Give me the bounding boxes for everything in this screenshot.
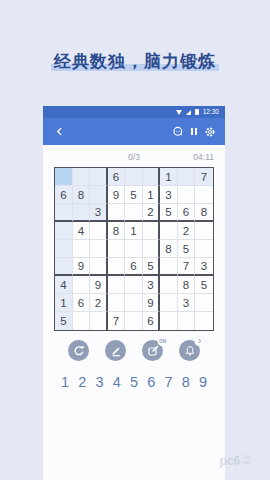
cell-r3c4[interactable] [108, 204, 126, 222]
cell-r5c3[interactable] [90, 240, 108, 258]
cell-r1c3[interactable] [90, 168, 108, 186]
cell-r3c1[interactable] [55, 204, 73, 222]
numpad-1[interactable]: 1 [61, 374, 69, 390]
cell-r3c7[interactable]: 5 [160, 204, 178, 222]
cell-r7c7[interactable] [160, 276, 178, 294]
status-time: 12:30 [203, 109, 219, 116]
cell-r9c3[interactable] [90, 312, 108, 330]
cell-r1c8[interactable] [178, 168, 196, 186]
cell-r5c7[interactable]: 8 [160, 240, 178, 258]
undo-button[interactable] [68, 340, 89, 361]
hint-badge: 3 [195, 337, 204, 346]
cell-r4c7[interactable] [160, 222, 178, 240]
cell-r3c6[interactable]: 2 [143, 204, 161, 222]
cell-r9c9[interactable] [195, 312, 213, 330]
undo-icon [73, 345, 85, 357]
numpad-7[interactable]: 7 [164, 374, 172, 390]
notes-badge: ON [158, 337, 167, 346]
cell-r8c7[interactable] [160, 294, 178, 312]
cell-r9c2[interactable] [73, 312, 91, 330]
watermark-domain: .com [241, 460, 251, 465]
cell-r2c4[interactable]: 9 [108, 186, 126, 204]
cell-r8c1[interactable]: 1 [55, 294, 73, 312]
cell-r5c8[interactable]: 5 [178, 240, 196, 258]
back-button[interactable] [55, 127, 64, 136]
bell-icon [184, 345, 196, 357]
cell-r2c3[interactable] [90, 186, 108, 204]
timer: 04:11 [193, 152, 214, 162]
cell-r4c2[interactable]: 4 [73, 222, 91, 240]
cell-r5c2[interactable] [73, 240, 91, 258]
cell-r7c4[interactable] [108, 276, 126, 294]
cell-r4c5[interactable]: 1 [125, 222, 143, 240]
cell-r8c9[interactable] [195, 294, 213, 312]
cell-r3c5[interactable] [125, 204, 143, 222]
cell-r8c4[interactable] [108, 294, 126, 312]
cell-r7c2[interactable] [73, 276, 91, 294]
cell-r4c8[interactable]: 2 [178, 222, 196, 240]
number-pad: 123456789 [61, 374, 207, 390]
cell-r2c1[interactable]: 6 [55, 186, 73, 204]
cell-r5c9[interactable] [195, 240, 213, 258]
numpad-6[interactable]: 6 [147, 374, 155, 390]
cell-r1c6[interactable] [143, 168, 161, 186]
watermark: pc6 下载 .com [220, 455, 251, 467]
app-screenshot: 12:30 0/3 04:11 617689513325684812859657… [43, 106, 225, 480]
cell-r2c5[interactable]: 5 [125, 186, 143, 204]
numpad-2[interactable]: 2 [78, 374, 86, 390]
cell-r1c2[interactable] [73, 168, 91, 186]
cell-r9c4[interactable]: 7 [108, 312, 126, 330]
status-bar: 12:30 [43, 106, 225, 118]
cell-r2c7[interactable]: 3 [160, 186, 178, 204]
chat-icon[interactable] [172, 126, 184, 138]
settings-icon[interactable] [204, 126, 216, 138]
cell-r4c4[interactable]: 8 [108, 222, 126, 240]
cell-r9c8[interactable] [178, 312, 196, 330]
notes-button[interactable]: ON [142, 340, 163, 361]
cell-r9c5[interactable] [125, 312, 143, 330]
wifi-icon [176, 110, 182, 115]
notes-icon [147, 345, 159, 357]
cell-r6c2[interactable]: 9 [73, 258, 91, 276]
pencil-icon [110, 345, 122, 357]
cell-r6c1[interactable] [55, 258, 73, 276]
sudoku-grid: 61768951332568481285965734938516293576 [54, 167, 214, 331]
cell-r2c6[interactable]: 1 [143, 186, 161, 204]
cell-r5c6[interactable] [143, 240, 161, 258]
cell-r3c8[interactable]: 6 [178, 204, 196, 222]
toolbar: ON 3 [68, 340, 200, 361]
signal-icon [186, 110, 191, 115]
numpad-3[interactable]: 3 [95, 374, 103, 390]
page-title-text: 经典数独，脑力锻炼 [51, 52, 219, 71]
cell-r1c5[interactable] [125, 168, 143, 186]
cell-r5c1[interactable] [55, 240, 73, 258]
cell-r6c3[interactable] [90, 258, 108, 276]
header-actions [172, 126, 216, 138]
cell-r5c5[interactable] [125, 240, 143, 258]
cell-r7c1[interactable]: 4 [55, 276, 73, 294]
cell-r4c1[interactable] [55, 222, 73, 240]
cell-r7c9[interactable]: 5 [195, 276, 213, 294]
numpad-4[interactable]: 4 [113, 374, 121, 390]
cell-r6c7[interactable] [160, 258, 178, 276]
cell-r8c2[interactable]: 6 [73, 294, 91, 312]
cell-r4c6[interactable] [143, 222, 161, 240]
cell-r6c5[interactable]: 6 [125, 258, 143, 276]
pause-button[interactable] [191, 128, 197, 136]
cell-r8c6[interactable]: 9 [143, 294, 161, 312]
cell-r6c4[interactable] [108, 258, 126, 276]
cell-r7c6[interactable]: 3 [143, 276, 161, 294]
mistakes-counter: 0/3 [128, 152, 140, 162]
cell-r7c5[interactable] [125, 276, 143, 294]
cell-r3c9[interactable]: 8 [195, 204, 213, 222]
cell-r6c8[interactable]: 7 [178, 258, 196, 276]
cell-r8c8[interactable]: 3 [178, 294, 196, 312]
cell-r2c9[interactable] [195, 186, 213, 204]
cell-r1c7[interactable]: 1 [160, 168, 178, 186]
cell-r3c3[interactable]: 3 [90, 204, 108, 222]
hint-button[interactable]: 3 [179, 340, 200, 361]
numpad-8[interactable]: 8 [182, 374, 190, 390]
watermark-extra: 下载 .com [241, 455, 251, 466]
cell-r1c9[interactable]: 7 [195, 168, 213, 186]
erase-button[interactable] [105, 340, 126, 361]
back-chevron-icon [55, 127, 64, 136]
cell-r1c4[interactable]: 6 [108, 168, 126, 186]
cell-r2c8[interactable] [178, 186, 196, 204]
cell-r8c5[interactable] [125, 294, 143, 312]
cell-r6c9[interactable]: 3 [195, 258, 213, 276]
cell-r9c1[interactable]: 5 [55, 312, 73, 330]
cell-r4c9[interactable] [195, 222, 213, 240]
cell-r3c2[interactable] [73, 204, 91, 222]
cell-r5c4[interactable] [108, 240, 126, 258]
cell-r9c7[interactable] [160, 312, 178, 330]
battery-icon [195, 109, 199, 115]
game-hud: 0/3 04:11 [54, 152, 214, 163]
app-header [43, 118, 225, 145]
cell-r8c3[interactable]: 2 [90, 294, 108, 312]
cell-r7c3[interactable]: 9 [90, 276, 108, 294]
numpad-9[interactable]: 9 [199, 374, 207, 390]
cell-r1c1[interactable] [55, 168, 73, 186]
cell-r6c6[interactable]: 5 [143, 258, 161, 276]
cell-r7c8[interactable]: 8 [178, 276, 196, 294]
page-title: 经典数独，脑力锻炼 [0, 50, 270, 73]
numpad-5[interactable]: 5 [130, 374, 138, 390]
cell-r4c3[interactable] [90, 222, 108, 240]
cell-r9c6[interactable]: 6 [143, 312, 161, 330]
cell-r2c2[interactable]: 8 [73, 186, 91, 204]
watermark-brand: pc6 [220, 455, 241, 467]
